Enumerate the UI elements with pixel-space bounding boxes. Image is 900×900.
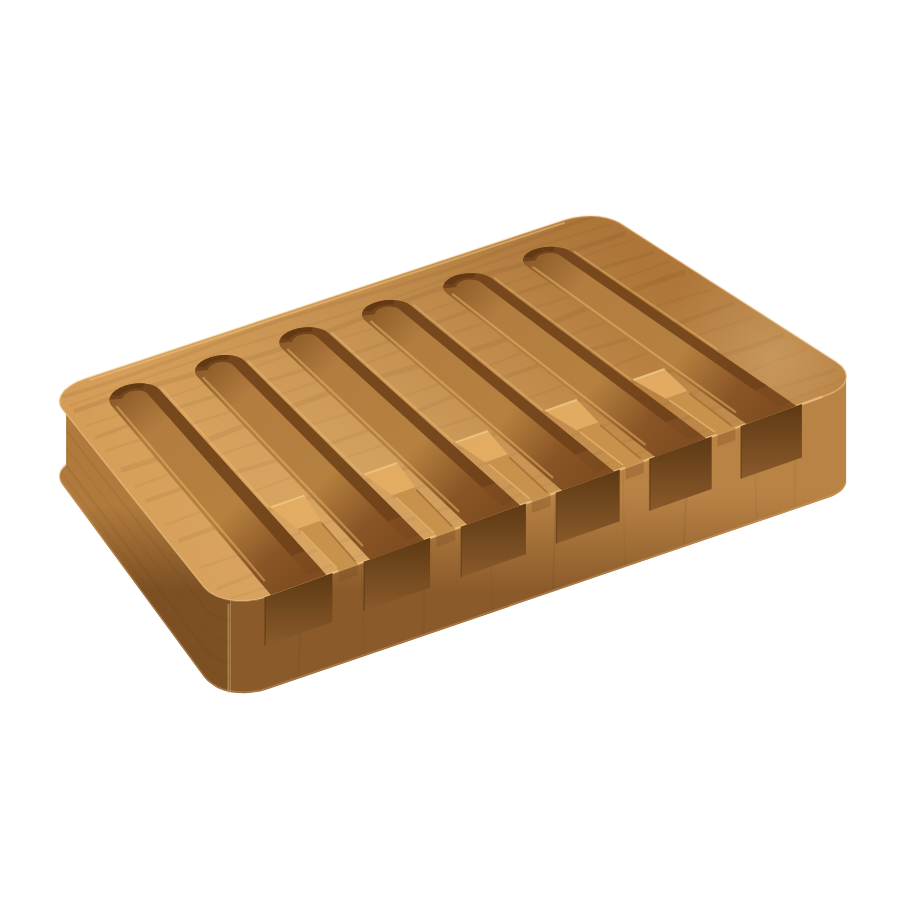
soap-dish: [0, 0, 900, 900]
soap-dish-illustration: [0, 0, 900, 900]
page: { "meta": { "subject": "teak wood soap d…: [0, 0, 900, 900]
product-photo-canvas: [0, 0, 900, 900]
